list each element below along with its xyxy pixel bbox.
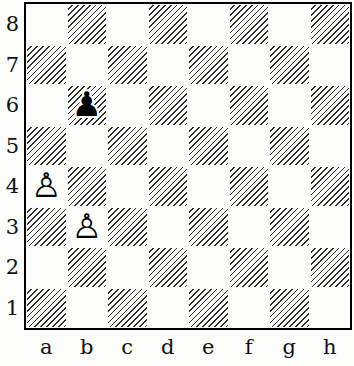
- square-f3[interactable]: [229, 207, 270, 248]
- square-g7[interactable]: [269, 45, 310, 86]
- square-a6[interactable]: [26, 85, 67, 126]
- square-h7[interactable]: [310, 45, 351, 86]
- square-b8[interactable]: [67, 4, 108, 45]
- square-b6[interactable]: ♟: [67, 85, 108, 126]
- square-g2[interactable]: [269, 247, 310, 288]
- square-g6[interactable]: [269, 85, 310, 126]
- square-a4[interactable]: ♙: [26, 166, 67, 207]
- square-d7[interactable]: [148, 45, 189, 86]
- white-pawn-b3[interactable]: ♙: [72, 209, 102, 243]
- square-e1[interactable]: [188, 288, 229, 329]
- square-e5[interactable]: [188, 126, 229, 167]
- rank-label-6: 6: [0, 85, 21, 126]
- square-e8[interactable]: [188, 4, 229, 45]
- square-g8[interactable]: [269, 4, 310, 45]
- square-c7[interactable]: [107, 45, 148, 86]
- square-h2[interactable]: [310, 247, 351, 288]
- square-e2[interactable]: [188, 247, 229, 288]
- square-h5[interactable]: [310, 126, 351, 167]
- square-b3[interactable]: ♙: [67, 207, 108, 248]
- square-e3[interactable]: [188, 207, 229, 248]
- rank-label-5: 5: [0, 126, 21, 167]
- file-labels: abcdefgh: [26, 331, 350, 363]
- file-label-a: a: [26, 331, 67, 363]
- square-g4[interactable]: [269, 166, 310, 207]
- rank-label-4: 4: [0, 166, 21, 207]
- square-g5[interactable]: [269, 126, 310, 167]
- square-g1[interactable]: [269, 288, 310, 329]
- file-label-c: c: [107, 331, 148, 363]
- square-c5[interactable]: [107, 126, 148, 167]
- square-f8[interactable]: [229, 4, 270, 45]
- square-c4[interactable]: [107, 166, 148, 207]
- file-label-g: g: [269, 331, 310, 363]
- square-h6[interactable]: [310, 85, 351, 126]
- file-label-d: d: [148, 331, 189, 363]
- chess-diagram: 87654321 ♟♙♙ abcdefgh: [0, 0, 354, 366]
- file-label-e: e: [188, 331, 229, 363]
- square-d2[interactable]: [148, 247, 189, 288]
- square-a5[interactable]: [26, 126, 67, 167]
- file-label-f: f: [229, 331, 270, 363]
- rank-label-2: 2: [0, 247, 21, 288]
- square-h1[interactable]: [310, 288, 351, 329]
- square-b1[interactable]: [67, 288, 108, 329]
- square-b4[interactable]: [67, 166, 108, 207]
- square-f4[interactable]: [229, 166, 270, 207]
- square-a8[interactable]: [26, 4, 67, 45]
- square-c8[interactable]: [107, 4, 148, 45]
- square-h3[interactable]: [310, 207, 351, 248]
- square-a1[interactable]: [26, 288, 67, 329]
- square-d5[interactable]: [148, 126, 189, 167]
- black-pawn-b6[interactable]: ♟: [72, 87, 102, 121]
- square-h8[interactable]: [310, 4, 351, 45]
- square-a3[interactable]: [26, 207, 67, 248]
- square-d6[interactable]: [148, 85, 189, 126]
- square-h4[interactable]: [310, 166, 351, 207]
- square-f2[interactable]: [229, 247, 270, 288]
- square-a2[interactable]: [26, 247, 67, 288]
- square-b7[interactable]: [67, 45, 108, 86]
- file-label-h: h: [310, 331, 351, 363]
- square-d8[interactable]: [148, 4, 189, 45]
- square-e4[interactable]: [188, 166, 229, 207]
- square-c2[interactable]: [107, 247, 148, 288]
- square-e7[interactable]: [188, 45, 229, 86]
- square-b5[interactable]: [67, 126, 108, 167]
- square-f7[interactable]: [229, 45, 270, 86]
- rank-label-3: 3: [0, 207, 21, 248]
- rank-label-8: 8: [0, 4, 21, 45]
- square-d4[interactable]: [148, 166, 189, 207]
- square-d1[interactable]: [148, 288, 189, 329]
- file-label-b: b: [67, 331, 108, 363]
- square-c1[interactable]: [107, 288, 148, 329]
- square-f6[interactable]: [229, 85, 270, 126]
- square-g3[interactable]: [269, 207, 310, 248]
- square-f1[interactable]: [229, 288, 270, 329]
- rank-label-7: 7: [0, 45, 21, 86]
- square-c3[interactable]: [107, 207, 148, 248]
- rank-label-1: 1: [0, 288, 21, 329]
- white-pawn-a4[interactable]: ♙: [31, 168, 61, 202]
- square-d3[interactable]: [148, 207, 189, 248]
- square-e6[interactable]: [188, 85, 229, 126]
- rank-labels: 87654321: [0, 4, 21, 328]
- chess-board: ♟♙♙: [24, 2, 352, 330]
- square-f5[interactable]: [229, 126, 270, 167]
- square-c6[interactable]: [107, 85, 148, 126]
- square-a7[interactable]: [26, 45, 67, 86]
- square-b2[interactable]: [67, 247, 108, 288]
